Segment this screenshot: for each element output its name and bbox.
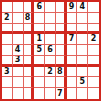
cell-r3c4-empty[interactable] [34,24,45,35]
cell-r3c3-empty[interactable] [24,24,35,35]
cell-r1c5-empty[interactable] [45,2,56,13]
cell-r8c2-empty[interactable] [13,77,24,88]
cell-r1c1-empty[interactable] [2,2,13,13]
cell-r7c7-empty[interactable] [67,67,78,78]
cell-r9c7-empty[interactable] [67,88,78,99]
cell-r1c8-given[interactable]: 4 [77,2,88,13]
cell-r8c4-empty[interactable] [34,77,45,88]
cell-r5c6-empty[interactable] [56,45,67,56]
cell-r5c3-empty[interactable] [24,45,35,56]
cell-r6c4-empty[interactable] [34,56,45,67]
cell-r6c6-empty[interactable] [56,56,67,67]
cell-r7c4-empty[interactable] [34,67,45,78]
cell-r7c3-empty[interactable] [24,67,35,78]
cell-r9c5-empty[interactable] [45,88,56,99]
cell-r3c9-empty[interactable] [88,24,99,35]
cell-r9c6-given[interactable]: 7 [56,88,67,99]
sudoku-puzzle: 69428172456332857 [0,0,101,101]
cell-r5c5-given[interactable]: 6 [45,45,56,56]
cell-r9c3-empty[interactable] [24,88,35,99]
cell-r2c3-given[interactable]: 8 [24,13,35,24]
cell-r2c9-empty[interactable] [88,13,99,24]
cell-r2c5-empty[interactable] [45,13,56,24]
cell-r6c3-empty[interactable] [24,56,35,67]
cell-r8c1-empty[interactable] [2,77,13,88]
cell-r6c5-empty[interactable] [45,56,56,67]
cell-r9c9-empty[interactable] [88,88,99,99]
cell-r4c6-empty[interactable] [56,34,67,45]
cell-r2c8-empty[interactable] [77,13,88,24]
cell-r9c1-empty[interactable] [2,88,13,99]
cell-r5c2-given[interactable]: 4 [13,45,24,56]
cell-r7c6-given[interactable]: 8 [56,67,67,78]
cell-r5c7-empty[interactable] [67,45,78,56]
cell-r2c2-empty[interactable] [13,13,24,24]
cell-r1c9-empty[interactable] [88,2,99,13]
cell-r8c8-given[interactable]: 5 [77,77,88,88]
cell-r3c8-empty[interactable] [77,24,88,35]
cell-r5c8-empty[interactable] [77,45,88,56]
cell-r6c9-empty[interactable] [88,56,99,67]
cell-r7c9-empty[interactable] [88,67,99,78]
cell-r6c2-given[interactable]: 3 [13,56,24,67]
cell-r8c5-empty[interactable] [45,77,56,88]
cell-r4c8-empty[interactable] [77,34,88,45]
cell-r8c6-empty[interactable] [56,77,67,88]
cell-r6c1-empty[interactable] [2,56,13,67]
cell-r5c1-empty[interactable] [2,45,13,56]
cell-r2c7-empty[interactable] [67,13,78,24]
cell-r6c8-empty[interactable] [77,56,88,67]
cell-r1c4-given[interactable]: 6 [34,2,45,13]
cell-r4c7-given[interactable]: 7 [67,34,78,45]
cell-r4c5-empty[interactable] [45,34,56,45]
cell-r5c9-empty[interactable] [88,45,99,56]
cell-r4c2-empty[interactable] [13,34,24,45]
cell-r8c7-empty[interactable] [67,77,78,88]
cell-r2c4-empty[interactable] [34,13,45,24]
cell-r5c4-given[interactable]: 5 [34,45,45,56]
cell-r3c7-empty[interactable] [67,24,78,35]
cell-r3c6-empty[interactable] [56,24,67,35]
cell-r7c5-given[interactable]: 2 [45,67,56,78]
cell-r2c1-given[interactable]: 2 [2,13,13,24]
cell-r7c2-empty[interactable] [13,67,24,78]
cell-r7c8-empty[interactable] [77,67,88,78]
cell-r9c4-empty[interactable] [34,88,45,99]
cell-r3c2-empty[interactable] [13,24,24,35]
cell-r3c1-empty[interactable] [2,24,13,35]
cell-r1c2-empty[interactable] [13,2,24,13]
cell-r3c5-empty[interactable] [45,24,56,35]
cell-r6c7-empty[interactable] [67,56,78,67]
cell-r4c9-given[interactable]: 2 [88,34,99,45]
cell-r9c2-empty[interactable] [13,88,24,99]
cell-r9c8-empty[interactable] [77,88,88,99]
cell-r7c1-given[interactable]: 3 [2,67,13,78]
cell-r1c7-given[interactable]: 9 [67,2,78,13]
cell-r8c3-empty[interactable] [24,77,35,88]
cell-r8c9-empty[interactable] [88,77,99,88]
cell-r4c1-empty[interactable] [2,34,13,45]
cell-r1c6-empty[interactable] [56,2,67,13]
cell-r1c3-empty[interactable] [24,2,35,13]
cell-r4c3-empty[interactable] [24,34,35,45]
cell-r2c6-empty[interactable] [56,13,67,24]
sudoku-board: 69428172456332857 [0,0,101,101]
cell-r4c4-given[interactable]: 1 [34,34,45,45]
